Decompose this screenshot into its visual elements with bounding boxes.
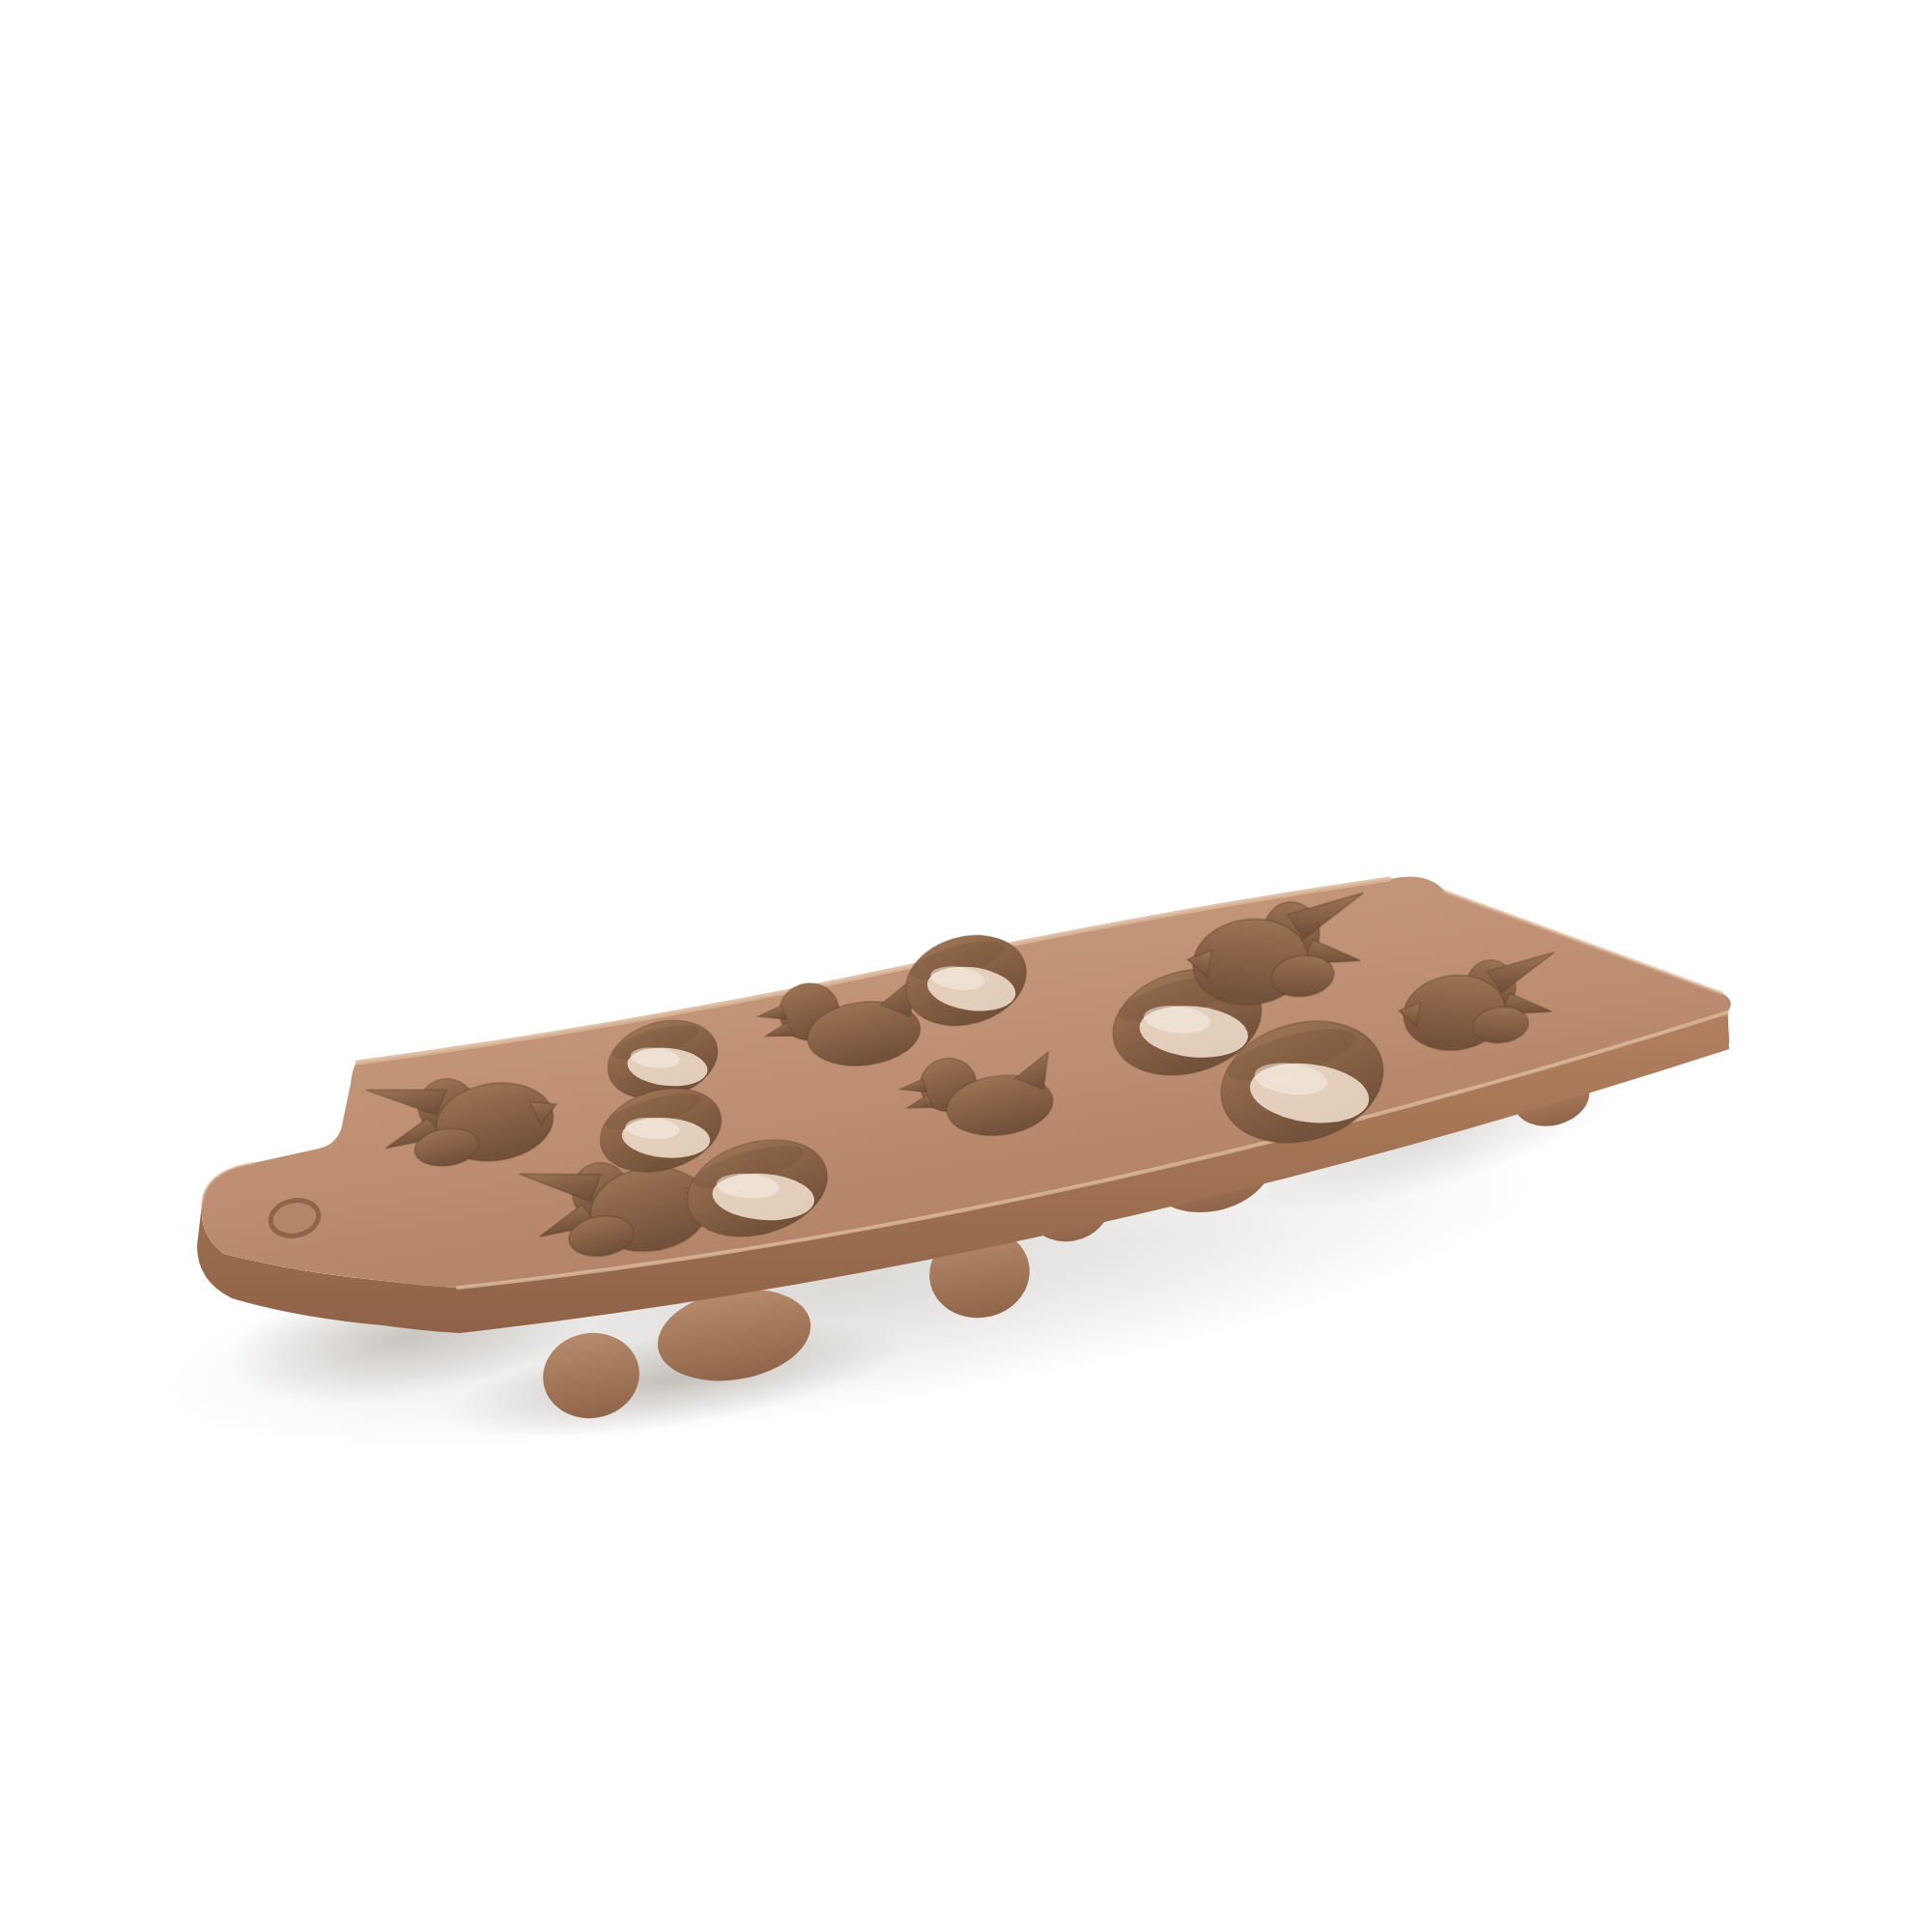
mould-photo-canvas bbox=[0, 0, 1932, 1932]
product-photo bbox=[0, 0, 1932, 1932]
